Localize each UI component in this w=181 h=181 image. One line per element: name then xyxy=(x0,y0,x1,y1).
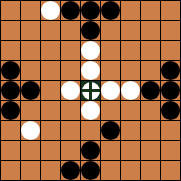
board-cell-r3c7[interactable] xyxy=(121,41,140,60)
board-cell-r3c8[interactable] xyxy=(141,41,160,60)
board-cell-r9c5[interactable] xyxy=(81,161,100,180)
board-cell-r7c4[interactable] xyxy=(61,121,80,140)
board-cell-r7c9[interactable] xyxy=(161,121,180,140)
board-cell-r7c6[interactable] xyxy=(101,121,120,140)
attacker-piece[interactable] xyxy=(101,121,120,140)
board-cell-r5c8[interactable] xyxy=(141,81,160,100)
board-cell-r2c6[interactable] xyxy=(101,21,120,40)
board-cell-r6c6[interactable] xyxy=(101,101,120,120)
attacker-piece[interactable] xyxy=(81,161,100,180)
board-cell-r1c8[interactable] xyxy=(141,1,160,20)
board-cell-r1c9[interactable] xyxy=(161,1,180,20)
attacker-piece[interactable] xyxy=(101,1,120,20)
defender-piece[interactable] xyxy=(101,81,120,100)
board-cell-r8c9[interactable] xyxy=(161,141,180,160)
board-cell-r8c5[interactable] xyxy=(81,141,100,160)
board-cell-r4c4[interactable] xyxy=(61,61,80,80)
attacker-piece[interactable] xyxy=(81,141,100,160)
board-cell-r9c8[interactable] xyxy=(141,161,160,180)
board-cell-r7c1[interactable] xyxy=(1,121,20,140)
board-cell-r7c3[interactable] xyxy=(41,121,60,140)
attacker-piece[interactable] xyxy=(141,81,160,100)
board-cell-r4c5[interactable] xyxy=(81,61,100,80)
defender-piece[interactable] xyxy=(81,101,100,120)
board-cell-r3c5[interactable] xyxy=(81,41,100,60)
attacker-piece[interactable] xyxy=(61,161,80,180)
board-cell-r1c6[interactable] xyxy=(101,1,120,20)
board-cell-r2c5[interactable] xyxy=(81,21,100,40)
board-cell-r8c1[interactable] xyxy=(1,141,20,160)
attacker-piece[interactable] xyxy=(61,1,80,20)
board-cell-r1c3[interactable] xyxy=(41,1,60,20)
board-cell-r4c9[interactable] xyxy=(161,61,180,80)
board-cell-r4c7[interactable] xyxy=(121,61,140,80)
board-cell-r8c4[interactable] xyxy=(61,141,80,160)
board-cell-r6c3[interactable] xyxy=(41,101,60,120)
board-cell-r7c8[interactable] xyxy=(141,121,160,140)
attacker-piece[interactable] xyxy=(161,81,180,100)
board-cell-r3c2[interactable] xyxy=(21,41,40,60)
attacker-piece[interactable] xyxy=(21,81,40,100)
board-cell-r6c5[interactable] xyxy=(81,101,100,120)
board-cell-r7c2[interactable] xyxy=(21,121,40,140)
board-cell-r3c3[interactable] xyxy=(41,41,60,60)
board-cell-r2c2[interactable] xyxy=(21,21,40,40)
board-cell-r8c7[interactable] xyxy=(121,141,140,160)
board-cell-r6c4[interactable] xyxy=(61,101,80,120)
board-cell-r4c8[interactable] xyxy=(141,61,160,80)
board-cell-r9c7[interactable] xyxy=(121,161,140,180)
board-cell-r6c1[interactable] xyxy=(1,101,20,120)
board-cell-r1c1[interactable] xyxy=(1,1,20,20)
board-cell-r1c7[interactable] xyxy=(121,1,140,20)
board-cell-r5c2[interactable] xyxy=(21,81,40,100)
board-cell-r5c4[interactable] xyxy=(61,81,80,100)
board-cell-r1c2[interactable] xyxy=(21,1,40,20)
defender-piece[interactable] xyxy=(81,41,100,60)
board-cell-r6c2[interactable] xyxy=(21,101,40,120)
attacker-piece[interactable] xyxy=(81,21,100,40)
board-cell-r8c6[interactable] xyxy=(101,141,120,160)
board-cell-r5c5[interactable] xyxy=(81,81,100,100)
defender-piece[interactable] xyxy=(81,61,100,80)
board-cell-r2c3[interactable] xyxy=(41,21,60,40)
board-cell-r6c9[interactable] xyxy=(161,101,180,120)
board-cell-r3c6[interactable] xyxy=(101,41,120,60)
board-cell-r5c7[interactable] xyxy=(121,81,140,100)
attacker-piece[interactable] xyxy=(1,101,20,120)
board-cell-r5c6[interactable] xyxy=(101,81,120,100)
attacker-piece[interactable] xyxy=(1,61,20,80)
board-cell-r2c7[interactable] xyxy=(121,21,140,40)
attacker-piece[interactable] xyxy=(161,101,180,120)
board-cell-r5c3[interactable] xyxy=(41,81,60,100)
board-cell-r3c4[interactable] xyxy=(61,41,80,60)
board-cell-r8c2[interactable] xyxy=(21,141,40,160)
board-cell-r7c5[interactable] xyxy=(81,121,100,140)
board-cell-r9c4[interactable] xyxy=(61,161,80,180)
board-cell-r5c9[interactable] xyxy=(161,81,180,100)
board-cell-r9c3[interactable] xyxy=(41,161,60,180)
board-cell-r9c6[interactable] xyxy=(101,161,120,180)
board-cell-r2c4[interactable] xyxy=(61,21,80,40)
board-cell-r5c1[interactable] xyxy=(1,81,20,100)
board-cell-r8c8[interactable] xyxy=(141,141,160,160)
board-cell-r3c1[interactable] xyxy=(1,41,20,60)
attacker-piece[interactable] xyxy=(81,1,100,20)
board-cell-r9c9[interactable] xyxy=(161,161,180,180)
board-cell-r9c2[interactable] xyxy=(21,161,40,180)
board-cell-r3c9[interactable] xyxy=(161,41,180,60)
board-cell-r1c5[interactable] xyxy=(81,1,100,20)
defender-piece[interactable] xyxy=(21,121,40,140)
board-cell-r2c8[interactable] xyxy=(141,21,160,40)
board-cell-r8c3[interactable] xyxy=(41,141,60,160)
attacker-piece[interactable] xyxy=(161,61,180,80)
board-cell-r7c7[interactable] xyxy=(121,121,140,140)
board-cell-r4c3[interactable] xyxy=(41,61,60,80)
board-cell-r4c6[interactable] xyxy=(101,61,120,80)
board-cell-r6c8[interactable] xyxy=(141,101,160,120)
defender-piece[interactable] xyxy=(121,81,140,100)
defender-piece[interactable] xyxy=(41,1,60,20)
board-cell-r2c1[interactable] xyxy=(1,21,20,40)
board-cell-r4c2[interactable] xyxy=(21,61,40,80)
king-cross-horizontal xyxy=(81,89,100,92)
board-cell-r6c7[interactable] xyxy=(121,101,140,120)
board-cell-r2c9[interactable] xyxy=(161,21,180,40)
attacker-piece[interactable] xyxy=(1,81,20,100)
tafl-board xyxy=(0,0,181,181)
board-cell-r4c1[interactable] xyxy=(1,61,20,80)
board-cell-r9c1[interactable] xyxy=(1,161,20,180)
board-cell-r1c4[interactable] xyxy=(61,1,80,20)
defender-piece[interactable] xyxy=(61,81,80,100)
